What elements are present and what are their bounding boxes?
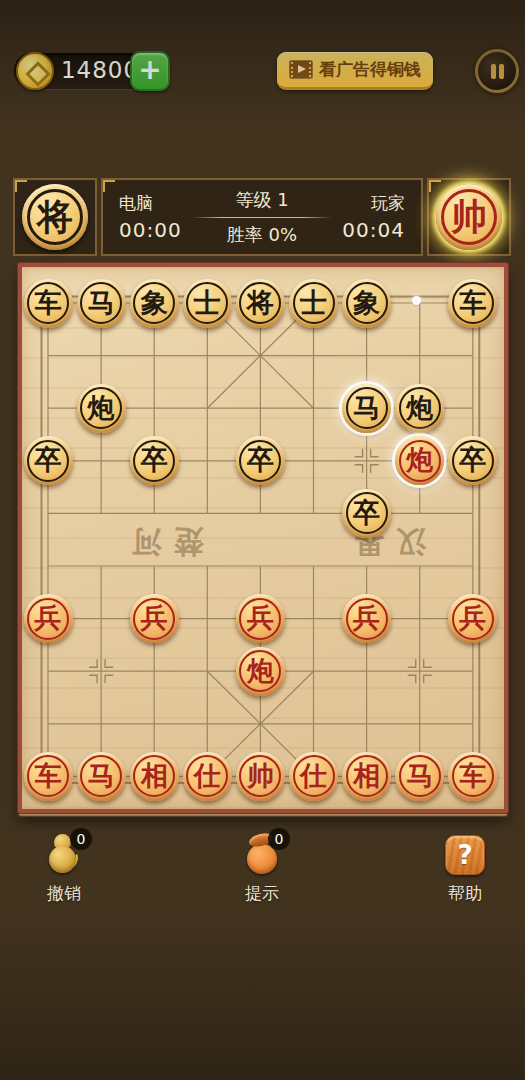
pause-button[interactable] xyxy=(475,49,519,93)
gourd-icon: 0 xyxy=(42,832,86,878)
piece-black-elephant[interactable]: 象 xyxy=(130,279,179,328)
piece-red-advisor[interactable]: 仕 xyxy=(289,752,338,801)
opponent-name: 电脑 xyxy=(119,192,182,215)
question-mark-icon: ? xyxy=(445,835,485,875)
piece-black-horse[interactable]: 马 xyxy=(342,384,391,433)
piece-red-horse[interactable]: 马 xyxy=(77,752,126,801)
piece-red-soldier[interactable]: 兵 xyxy=(236,594,285,643)
help-button[interactable]: ? 帮助 xyxy=(423,832,507,905)
piece-red-elephant[interactable]: 相 xyxy=(130,752,179,801)
piece-black-soldier[interactable]: 卒 xyxy=(24,436,73,485)
match-info-panel: 电脑 00:00 等级 1 胜率 0% 玩家 00:04 xyxy=(101,178,423,256)
xiangqi-app: 14800 + 看广告得铜钱 将 电脑 00:00 等级 1 胜率 0% 玩家 … xyxy=(0,0,525,1080)
piece-black-cannon[interactable]: 炮 xyxy=(395,384,444,433)
piece-black-soldier[interactable]: 卒 xyxy=(130,436,179,485)
piece-black-elephant[interactable]: 象 xyxy=(342,279,391,328)
piece-red-soldier[interactable]: 兵 xyxy=(24,594,73,643)
piece-black-advisor[interactable]: 士 xyxy=(289,279,338,328)
panel-divider xyxy=(192,217,332,218)
piece-black-soldier[interactable]: 卒 xyxy=(448,436,497,485)
watch-ad-button[interactable]: 看广告得铜钱 xyxy=(277,52,433,90)
piece-red-elephant[interactable]: 相 xyxy=(342,752,391,801)
piece-black-advisor[interactable]: 士 xyxy=(183,279,232,328)
piece-black-general[interactable]: 将 xyxy=(236,279,285,328)
piece-red-chariot[interactable]: 车 xyxy=(448,752,497,801)
player-name: 玩家 xyxy=(371,192,405,215)
pieces-layer: 车马象士将士象车炮马炮卒卒卒炮卒卒兵兵兵兵兵炮车马相仕帅仕相马车 xyxy=(22,267,504,809)
xiangqi-board[interactable]: 楚河 汉界 车马象士将士象车炮马炮卒卒卒炮卒卒兵兵兵兵兵炮车马相仕帅仕相马车 xyxy=(18,263,508,813)
hint-button[interactable]: 0 提示 xyxy=(220,832,304,905)
piece-red-horse[interactable]: 马 xyxy=(395,752,444,801)
video-icon xyxy=(289,60,313,79)
piece-red-advisor[interactable]: 仕 xyxy=(183,752,232,801)
coin-icon xyxy=(16,52,54,90)
piece-red-soldier[interactable]: 兵 xyxy=(130,594,179,643)
piece-black-chariot[interactable]: 车 xyxy=(448,279,497,328)
hint-label: 提示 xyxy=(245,882,279,905)
level-label: 等级 1 xyxy=(235,188,288,212)
piece-black-chariot[interactable]: 车 xyxy=(24,279,73,328)
watch-ad-label: 看广告得铜钱 xyxy=(319,58,421,81)
coin-counter: 14800 + xyxy=(14,53,166,89)
piece-black-soldier[interactable]: 卒 xyxy=(236,436,285,485)
player-piece-frame: 帅 xyxy=(427,178,511,256)
piece-black-horse[interactable]: 马 xyxy=(77,279,126,328)
piece-black-cannon[interactable]: 炮 xyxy=(77,384,126,433)
player-timer: 00:04 xyxy=(342,218,405,242)
opponent-general-piece: 将 xyxy=(22,184,88,250)
help-label: 帮助 xyxy=(448,882,482,905)
piece-red-cannon[interactable]: 炮 xyxy=(395,436,444,485)
piece-black-soldier[interactable]: 卒 xyxy=(342,489,391,538)
last-move-origin-marker xyxy=(412,296,421,305)
piece-red-chariot[interactable]: 车 xyxy=(24,752,73,801)
coin-amount: 14800 xyxy=(60,57,140,83)
opponent-timer: 00:00 xyxy=(119,218,182,242)
hint-count-badge: 0 xyxy=(268,828,290,850)
add-coins-button[interactable]: + xyxy=(130,51,170,91)
undo-label: 撤销 xyxy=(47,882,81,905)
player-general-piece: 帅 xyxy=(436,184,502,250)
piece-red-soldier[interactable]: 兵 xyxy=(448,594,497,643)
win-rate-label: 胜率 0% xyxy=(227,223,297,247)
undo-button[interactable]: 0 撤销 xyxy=(22,832,106,905)
piece-red-soldier[interactable]: 兵 xyxy=(342,594,391,643)
piece-red-cannon[interactable]: 炮 xyxy=(236,647,285,696)
piece-red-general[interactable]: 帅 xyxy=(236,752,285,801)
undo-count-badge: 0 xyxy=(70,828,92,850)
pot-icon: 0 xyxy=(240,832,284,878)
opponent-piece-frame: 将 xyxy=(13,178,97,256)
